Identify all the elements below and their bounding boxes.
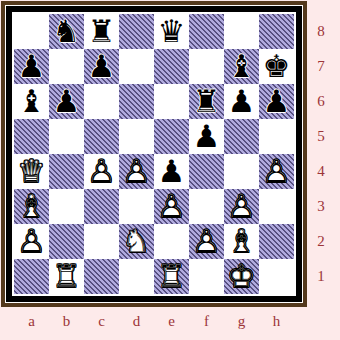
black-piece-glyph: ♝ — [224, 49, 259, 84]
square-c6[interactable] — [84, 84, 119, 119]
rank-label-4: 4 — [306, 154, 336, 189]
square-h3[interactable] — [259, 189, 294, 224]
file-label-c: c — [84, 311, 119, 331]
square-h1[interactable] — [259, 259, 294, 294]
black-piece-glyph: ♟ — [84, 49, 119, 84]
square-d4[interactable]: ♟♙ — [119, 154, 154, 189]
black-piece-glyph: ♟ — [14, 49, 49, 84]
black-pawn[interactable]: ♟ — [154, 154, 189, 189]
black-bishop[interactable]: ♝ — [14, 84, 49, 119]
white-pawn[interactable]: ♟♙ — [84, 154, 119, 189]
white-pawn[interactable]: ♟♙ — [189, 224, 224, 259]
white-piece-outline: ♘ — [119, 224, 154, 259]
white-piece-outline: ♙ — [189, 224, 224, 259]
white-pawn[interactable]: ♟♙ — [14, 224, 49, 259]
white-king[interactable]: ♚♔ — [224, 259, 259, 294]
square-h6[interactable]: ♟ — [259, 84, 294, 119]
square-b4[interactable] — [49, 154, 84, 189]
square-g7[interactable]: ♝ — [224, 49, 259, 84]
rank-label-3: 3 — [306, 189, 336, 224]
rank-label-5: 5 — [306, 119, 336, 154]
square-c1[interactable] — [84, 259, 119, 294]
square-h5[interactable] — [259, 119, 294, 154]
square-f3[interactable] — [189, 189, 224, 224]
black-pawn[interactable]: ♟ — [189, 119, 224, 154]
board-outer-frame: ♞♜♛♟♟♝♚♝♟♜♟♟♟♛♕♟♙♟♙♟♟♙♝♗♟♙♟♙♟♙♞♘♟♙♝♗♜♖♜♖… — [1, 1, 307, 307]
square-d2[interactable]: ♞♘ — [119, 224, 154, 259]
square-b5[interactable] — [49, 119, 84, 154]
rank-label-2: 2 — [306, 224, 336, 259]
square-d7[interactable] — [119, 49, 154, 84]
black-piece-glyph: ♝ — [14, 84, 49, 119]
black-rook[interactable]: ♜ — [84, 14, 119, 49]
square-f4[interactable] — [189, 154, 224, 189]
square-f2[interactable]: ♟♙ — [189, 224, 224, 259]
square-g1[interactable]: ♚♔ — [224, 259, 259, 294]
square-e1[interactable]: ♜♖ — [154, 259, 189, 294]
black-pawn[interactable]: ♟ — [84, 49, 119, 84]
square-c8[interactable]: ♜ — [84, 14, 119, 49]
square-a6[interactable]: ♝ — [14, 84, 49, 119]
square-d5[interactable] — [119, 119, 154, 154]
white-pawn[interactable]: ♟♙ — [224, 189, 259, 224]
square-g8[interactable] — [224, 14, 259, 49]
rank-label-1: 1 — [306, 259, 336, 294]
square-c5[interactable] — [84, 119, 119, 154]
square-a8[interactable] — [14, 14, 49, 49]
white-piece-outline: ♖ — [154, 259, 189, 294]
black-piece-glyph: ♟ — [259, 84, 294, 119]
square-e8[interactable]: ♛ — [154, 14, 189, 49]
black-piece-glyph: ♞ — [49, 14, 84, 49]
square-e2[interactable] — [154, 224, 189, 259]
square-g4[interactable] — [224, 154, 259, 189]
file-label-a: a — [14, 311, 49, 331]
white-piece-outline: ♙ — [259, 154, 294, 189]
black-pawn[interactable]: ♟ — [259, 84, 294, 119]
black-piece-glyph: ♟ — [189, 119, 224, 154]
square-b1[interactable]: ♜♖ — [49, 259, 84, 294]
file-label-b: b — [49, 311, 84, 331]
square-a2[interactable]: ♟♙ — [14, 224, 49, 259]
rank-label-7: 7 — [306, 49, 336, 84]
file-label-d: d — [119, 311, 154, 331]
square-d3[interactable] — [119, 189, 154, 224]
white-bishop[interactable]: ♝♗ — [224, 224, 259, 259]
square-b3[interactable] — [49, 189, 84, 224]
white-rook[interactable]: ♜♖ — [49, 259, 84, 294]
board-inner-frame: ♞♜♛♟♟♝♚♝♟♜♟♟♟♛♕♟♙♟♙♟♟♙♝♗♟♙♟♙♟♙♞♘♟♙♝♗♜♖♜♖… — [6, 6, 302, 302]
square-a1[interactable] — [14, 259, 49, 294]
square-h4[interactable]: ♟♙ — [259, 154, 294, 189]
square-f7[interactable] — [189, 49, 224, 84]
square-f6[interactable]: ♜ — [189, 84, 224, 119]
rank-labels: 8 7 6 5 4 3 2 1 — [306, 14, 336, 294]
white-queen[interactable]: ♛♕ — [14, 154, 49, 189]
square-g3[interactable]: ♟♙ — [224, 189, 259, 224]
file-label-g: g — [224, 311, 259, 331]
square-c4[interactable]: ♟♙ — [84, 154, 119, 189]
rank-label-6: 6 — [306, 84, 336, 119]
white-piece-outline: ♖ — [49, 259, 84, 294]
white-rook[interactable]: ♜♖ — [154, 259, 189, 294]
square-c7[interactable]: ♟ — [84, 49, 119, 84]
white-knight[interactable]: ♞♘ — [119, 224, 154, 259]
square-e7[interactable] — [154, 49, 189, 84]
square-g2[interactable]: ♝♗ — [224, 224, 259, 259]
black-piece-glyph: ♛ — [154, 14, 189, 49]
file-label-h: h — [259, 311, 294, 331]
white-pawn[interactable]: ♟♙ — [154, 189, 189, 224]
black-piece-glyph: ♟ — [224, 84, 259, 119]
square-a3[interactable]: ♝♗ — [14, 189, 49, 224]
square-b2[interactable] — [49, 224, 84, 259]
square-c2[interactable] — [84, 224, 119, 259]
white-piece-outline: ♙ — [154, 189, 189, 224]
white-piece-outline: ♔ — [224, 259, 259, 294]
square-f8[interactable] — [189, 14, 224, 49]
white-piece-outline: ♙ — [224, 189, 259, 224]
square-g5[interactable] — [224, 119, 259, 154]
square-e3[interactable]: ♟♙ — [154, 189, 189, 224]
square-a4[interactable]: ♛♕ — [14, 154, 49, 189]
chess-board: ♞♜♛♟♟♝♚♝♟♜♟♟♟♛♕♟♙♟♙♟♟♙♝♗♟♙♟♙♟♙♞♘♟♙♝♗♜♖♜♖… — [14, 14, 294, 294]
square-g6[interactable]: ♟ — [224, 84, 259, 119]
square-e6[interactable] — [154, 84, 189, 119]
white-pawn[interactable]: ♟♙ — [259, 154, 294, 189]
square-b6[interactable]: ♟ — [49, 84, 84, 119]
black-rook[interactable]: ♜ — [189, 84, 224, 119]
black-pawn[interactable]: ♟ — [14, 49, 49, 84]
square-e4[interactable]: ♟ — [154, 154, 189, 189]
file-labels: a b c d e f g h — [14, 311, 294, 331]
white-piece-outline: ♗ — [224, 224, 259, 259]
black-piece-glyph: ♜ — [189, 84, 224, 119]
black-piece-glyph: ♟ — [154, 154, 189, 189]
square-a7[interactable]: ♟ — [14, 49, 49, 84]
square-d8[interactable] — [119, 14, 154, 49]
black-king[interactable]: ♚ — [259, 49, 294, 84]
square-f1[interactable] — [189, 259, 224, 294]
black-piece-glyph: ♟ — [49, 84, 84, 119]
black-knight[interactable]: ♞ — [49, 14, 84, 49]
square-b7[interactable] — [49, 49, 84, 84]
square-a5[interactable] — [14, 119, 49, 154]
square-h7[interactable]: ♚ — [259, 49, 294, 84]
white-piece-outline: ♗ — [14, 189, 49, 224]
white-bishop[interactable]: ♝♗ — [14, 189, 49, 224]
black-piece-glyph: ♚ — [259, 49, 294, 84]
file-label-f: f — [189, 311, 224, 331]
square-c3[interactable] — [84, 189, 119, 224]
square-h8[interactable] — [259, 14, 294, 49]
black-bishop[interactable]: ♝ — [224, 49, 259, 84]
white-piece-outline: ♙ — [84, 154, 119, 189]
white-piece-outline: ♙ — [14, 224, 49, 259]
square-d1[interactable] — [119, 259, 154, 294]
black-piece-glyph: ♜ — [84, 14, 119, 49]
black-queen[interactable]: ♛ — [154, 14, 189, 49]
square-d6[interactable] — [119, 84, 154, 119]
rank-label-8: 8 — [306, 14, 336, 49]
square-f5[interactable]: ♟ — [189, 119, 224, 154]
square-e5[interactable] — [154, 119, 189, 154]
white-piece-outline: ♙ — [119, 154, 154, 189]
white-pawn[interactable]: ♟♙ — [119, 154, 154, 189]
black-pawn[interactable]: ♟ — [49, 84, 84, 119]
square-h2[interactable] — [259, 224, 294, 259]
white-piece-outline: ♕ — [14, 154, 49, 189]
black-pawn[interactable]: ♟ — [224, 84, 259, 119]
square-b8[interactable]: ♞ — [49, 14, 84, 49]
file-label-e: e — [154, 311, 189, 331]
